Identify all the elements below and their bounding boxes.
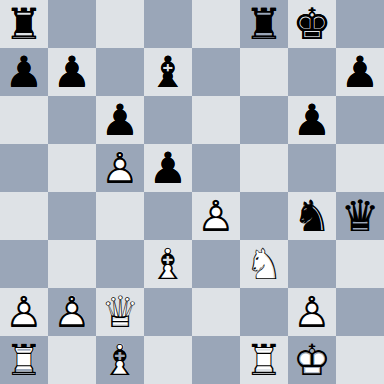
square-g3[interactable]: [288, 240, 336, 288]
square-g6[interactable]: ♟♙: [288, 96, 336, 144]
black-rook-a8: ♜♖: [0, 0, 48, 48]
square-a2[interactable]: ♟♙: [0, 288, 48, 336]
square-e6[interactable]: [192, 96, 240, 144]
square-h2[interactable]: [336, 288, 384, 336]
chess-board: ♜♖♜♖♚♔♟♙♟♙♝♗♟♙♟♙♟♙♟♙♟♙♟♙♞♘♛♕♝♗♞♘♟♙♟♙♛♕♟♙…: [0, 0, 384, 384]
square-d2[interactable]: [144, 288, 192, 336]
square-c1[interactable]: ♝♗: [96, 336, 144, 384]
black-pawn-a7: ♟♙: [0, 48, 48, 96]
square-h5[interactable]: [336, 144, 384, 192]
square-h7[interactable]: ♟♙: [336, 48, 384, 96]
square-f7[interactable]: [240, 48, 288, 96]
square-b4[interactable]: [48, 192, 96, 240]
white-rook-a1: ♜♖: [0, 336, 48, 384]
white-pawn-e4: ♟♙: [192, 192, 240, 240]
square-c7[interactable]: [96, 48, 144, 96]
square-f3[interactable]: ♞♘: [240, 240, 288, 288]
white-pawn-g2: ♟♙: [288, 288, 336, 336]
square-b5[interactable]: [48, 144, 96, 192]
square-a4[interactable]: [0, 192, 48, 240]
square-d7[interactable]: ♝♗: [144, 48, 192, 96]
white-rook-f1: ♜♖: [240, 336, 288, 384]
black-queen-h4: ♛♕: [336, 192, 384, 240]
black-rook-f8: ♜♖: [240, 0, 288, 48]
square-b1[interactable]: [48, 336, 96, 384]
square-d6[interactable]: [144, 96, 192, 144]
square-h3[interactable]: [336, 240, 384, 288]
square-c2[interactable]: ♛♕: [96, 288, 144, 336]
square-e1[interactable]: [192, 336, 240, 384]
white-queen-c2: ♛♕: [96, 288, 144, 336]
square-g7[interactable]: [288, 48, 336, 96]
square-f2[interactable]: [240, 288, 288, 336]
square-b6[interactable]: [48, 96, 96, 144]
square-g4[interactable]: ♞♘: [288, 192, 336, 240]
square-f4[interactable]: [240, 192, 288, 240]
square-g5[interactable]: [288, 144, 336, 192]
square-d1[interactable]: [144, 336, 192, 384]
white-bishop-c1: ♝♗: [96, 336, 144, 384]
square-g8[interactable]: ♚♔: [288, 0, 336, 48]
white-king-g1: ♚♔: [288, 336, 336, 384]
white-pawn-c5: ♟♙: [96, 144, 144, 192]
white-pawn-a2: ♟♙: [0, 288, 48, 336]
square-d5[interactable]: ♟♙: [144, 144, 192, 192]
square-d4[interactable]: [144, 192, 192, 240]
square-e8[interactable]: [192, 0, 240, 48]
black-pawn-b7: ♟♙: [48, 48, 96, 96]
square-c3[interactable]: [96, 240, 144, 288]
square-f8[interactable]: ♜♖: [240, 0, 288, 48]
square-c6[interactable]: ♟♙: [96, 96, 144, 144]
square-f1[interactable]: ♜♖: [240, 336, 288, 384]
square-a7[interactable]: ♟♙: [0, 48, 48, 96]
square-c5[interactable]: ♟♙: [96, 144, 144, 192]
square-a8[interactable]: ♜♖: [0, 0, 48, 48]
square-f6[interactable]: [240, 96, 288, 144]
black-pawn-g6: ♟♙: [288, 96, 336, 144]
square-b7[interactable]: ♟♙: [48, 48, 96, 96]
black-pawn-h7: ♟♙: [336, 48, 384, 96]
white-pawn-b2: ♟♙: [48, 288, 96, 336]
black-knight-g4: ♞♘: [288, 192, 336, 240]
square-e5[interactable]: [192, 144, 240, 192]
square-b3[interactable]: [48, 240, 96, 288]
square-b2[interactable]: ♟♙: [48, 288, 96, 336]
square-h4[interactable]: ♛♕: [336, 192, 384, 240]
square-f5[interactable]: [240, 144, 288, 192]
black-pawn-c6: ♟♙: [96, 96, 144, 144]
square-e7[interactable]: [192, 48, 240, 96]
square-e3[interactable]: [192, 240, 240, 288]
square-a1[interactable]: ♜♖: [0, 336, 48, 384]
square-g1[interactable]: ♚♔: [288, 336, 336, 384]
square-c8[interactable]: [96, 0, 144, 48]
white-knight-f3: ♞♘: [240, 240, 288, 288]
square-g2[interactable]: ♟♙: [288, 288, 336, 336]
square-h8[interactable]: [336, 0, 384, 48]
black-pawn-d5: ♟♙: [144, 144, 192, 192]
square-h6[interactable]: [336, 96, 384, 144]
square-h1[interactable]: [336, 336, 384, 384]
square-a6[interactable]: [0, 96, 48, 144]
square-a5[interactable]: [0, 144, 48, 192]
black-king-g8: ♚♔: [288, 0, 336, 48]
square-d8[interactable]: [144, 0, 192, 48]
square-b8[interactable]: [48, 0, 96, 48]
white-bishop-d3: ♝♗: [144, 240, 192, 288]
square-d3[interactable]: ♝♗: [144, 240, 192, 288]
black-bishop-d7: ♝♗: [144, 48, 192, 96]
square-e4[interactable]: ♟♙: [192, 192, 240, 240]
square-c4[interactable]: [96, 192, 144, 240]
square-e2[interactable]: [192, 288, 240, 336]
square-a3[interactable]: [0, 240, 48, 288]
